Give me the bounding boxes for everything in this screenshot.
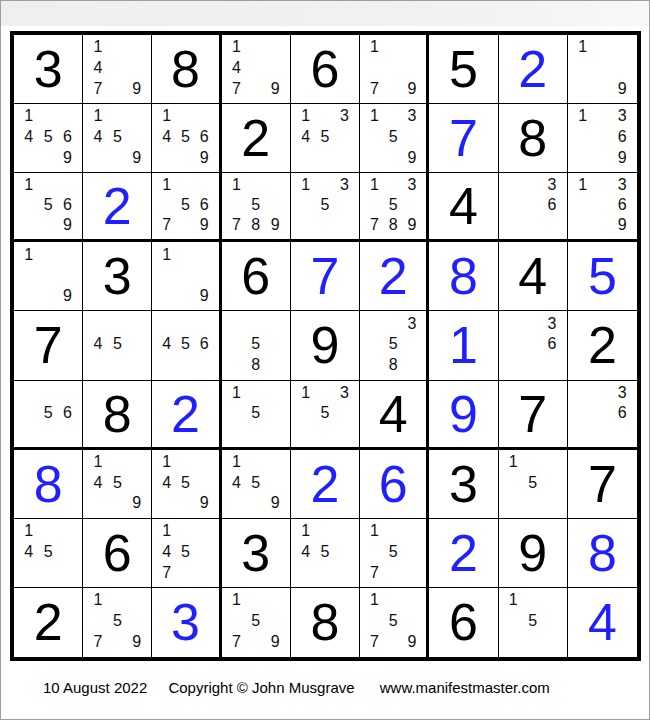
candidate-digit-9: 9 — [612, 78, 632, 99]
candidate-empty — [384, 37, 403, 58]
solved-digit: 2 — [360, 242, 426, 310]
candidate-empty — [176, 521, 195, 542]
cell-r2c8[interactable]: 8 — [499, 104, 568, 173]
cell-r6c9[interactable]: 36 — [568, 381, 637, 450]
candidate-empty — [335, 403, 354, 423]
candidate-digit-1: 1 — [157, 452, 176, 473]
candidate-digit-1: 1 — [19, 175, 38, 195]
candidate-empty — [19, 383, 38, 403]
candidate-empty — [384, 175, 403, 195]
candidate-empty — [88, 355, 107, 376]
candidate-digit-5: 5 — [176, 334, 195, 355]
candidate-empty — [384, 590, 403, 611]
candidate-empty — [246, 58, 265, 79]
candidate-empty — [176, 106, 195, 127]
cell-r8c2[interactable]: 6 — [83, 519, 152, 588]
cell-r3c3[interactable]: 15679 — [152, 173, 221, 242]
cell-r2c7[interactable]: 7 — [429, 104, 498, 173]
cell-r2c5[interactable]: 1345 — [291, 104, 360, 173]
cell-r7c5[interactable]: 2 — [291, 450, 360, 519]
candidate-digit-6: 6 — [612, 403, 632, 423]
candidate-empty — [296, 148, 315, 169]
candidate-empty — [542, 452, 561, 473]
candidate-empty — [246, 78, 265, 99]
candidate-empty — [38, 244, 57, 265]
cell-r9c6[interactable]: 1579 — [360, 588, 429, 657]
candidate-empty — [227, 195, 246, 215]
candidate-empty — [38, 562, 57, 583]
candidate-digit-4: 4 — [88, 334, 107, 355]
candidate-empty — [573, 383, 593, 403]
solved-digit: 7 — [429, 104, 497, 172]
candidate-digit-9: 9 — [127, 148, 146, 169]
candidate-digit-1: 1 — [296, 521, 315, 542]
candidate-empty — [227, 334, 246, 355]
candidate-empty — [593, 58, 613, 79]
candidate-digit-3: 3 — [335, 106, 354, 127]
cell-r9c1[interactable]: 2 — [14, 588, 83, 657]
given-digit: 7 — [14, 311, 82, 379]
candidate-empty — [523, 195, 542, 215]
candidate-empty — [365, 611, 384, 632]
candidate-empty — [365, 541, 384, 562]
candidate-empty — [265, 383, 284, 403]
candidate-digit-4: 4 — [19, 127, 38, 148]
candidate-digit-6: 6 — [58, 127, 77, 148]
cell-r3c5[interactable]: 135 — [291, 173, 360, 242]
candidate-empty — [127, 472, 146, 493]
cell-r4c9[interactable]: 5 — [568, 242, 637, 311]
candidate-empty — [19, 403, 38, 423]
candidate-empty — [195, 541, 214, 562]
candidate-empty — [365, 148, 384, 169]
candidate-digit-5: 5 — [176, 127, 195, 148]
candidate-digit-5: 5 — [384, 611, 403, 632]
candidate-digit-1: 1 — [573, 37, 593, 58]
candidate-empty — [108, 106, 127, 127]
cell-r5c3[interactable]: 456 — [152, 311, 221, 380]
cell-r3c2[interactable]: 2 — [83, 173, 152, 242]
candidate-digit-7: 7 — [365, 215, 384, 235]
candidate-empty — [157, 355, 176, 376]
cell-r8c4[interactable]: 3 — [222, 519, 291, 588]
candidate-empty — [315, 562, 334, 583]
candidate-empty — [108, 632, 127, 653]
candidate-digit-5: 5 — [246, 334, 265, 355]
candidate-digit-9: 9 — [403, 632, 422, 653]
candidate-empty — [195, 265, 214, 286]
candidate-empty — [403, 355, 422, 376]
candidate-grid: 56 — [14, 381, 82, 447]
candidate-grid: 1579 — [360, 588, 426, 657]
candidate-empty — [108, 590, 127, 611]
candidate-grid: 14569 — [152, 104, 218, 172]
candidate-empty — [195, 472, 214, 493]
cell-r3c9[interactable]: 1369 — [568, 173, 637, 242]
cell-r9c7[interactable]: 6 — [429, 588, 498, 657]
candidate-empty — [227, 355, 246, 376]
cell-r3c4[interactable]: 15789 — [222, 173, 291, 242]
solved-digit: 1 — [429, 311, 497, 379]
cell-r2c9[interactable]: 1369 — [568, 104, 637, 173]
sudoku-page: 3147981479617952191456914591456921345135… — [0, 0, 650, 720]
cell-r8c3[interactable]: 1457 — [152, 519, 221, 588]
candidate-grid: 1459 — [152, 450, 218, 518]
candidate-empty — [227, 611, 246, 632]
candidate-empty — [127, 334, 146, 355]
cell-r9c9[interactable]: 4 — [568, 588, 637, 657]
cell-r4c4[interactable]: 6 — [222, 242, 291, 311]
cell-r9c3[interactable]: 3 — [152, 588, 221, 657]
candidate-digit-5: 5 — [176, 541, 195, 562]
candidate-digit-1: 1 — [296, 175, 315, 195]
candidate-grid: 1359 — [360, 104, 426, 172]
cell-r4c5[interactable]: 7 — [291, 242, 360, 311]
candidate-empty — [296, 215, 315, 235]
candidate-empty — [315, 423, 334, 443]
cell-r5c2[interactable]: 45 — [83, 311, 152, 380]
cell-r8c8[interactable]: 9 — [499, 519, 568, 588]
candidate-empty — [523, 313, 542, 334]
cell-r5c5[interactable]: 9 — [291, 311, 360, 380]
candidate-empty — [335, 423, 354, 443]
candidate-empty — [365, 195, 384, 215]
candidate-digit-5: 5 — [38, 541, 57, 562]
candidate-digit-6: 6 — [195, 127, 214, 148]
cell-r8c5[interactable]: 145 — [291, 519, 360, 588]
candidate-empty — [108, 58, 127, 79]
candidate-empty — [58, 244, 77, 265]
candidate-digit-6: 6 — [58, 195, 77, 215]
candidate-digit-4: 4 — [227, 58, 246, 79]
candidate-empty — [157, 265, 176, 286]
cell-r5c8[interactable]: 36 — [499, 311, 568, 380]
candidate-empty — [88, 148, 107, 169]
cell-r4c3[interactable]: 19 — [152, 242, 221, 311]
candidate-digit-4: 4 — [157, 472, 176, 493]
candidate-digit-5: 5 — [176, 472, 195, 493]
candidate-empty — [593, 127, 613, 148]
candidate-empty — [246, 37, 265, 58]
cell-r6c3[interactable]: 2 — [152, 381, 221, 450]
solved-digit: 2 — [152, 381, 218, 447]
cell-r4c2[interactable]: 3 — [83, 242, 152, 311]
candidate-empty — [384, 58, 403, 79]
candidate-empty — [246, 590, 265, 611]
candidate-empty — [384, 313, 403, 334]
candidate-empty — [176, 148, 195, 169]
candidate-empty — [88, 493, 107, 514]
cell-r1c8[interactable]: 2 — [499, 35, 568, 104]
cell-r1c6[interactable]: 179 — [360, 35, 429, 104]
candidate-empty — [195, 355, 214, 376]
candidate-grid: 1579 — [83, 588, 151, 657]
cell-r9c8[interactable]: 15 — [499, 588, 568, 657]
cell-r5c6[interactable]: 358 — [360, 311, 429, 380]
candidate-digit-9: 9 — [403, 215, 422, 235]
candidate-empty — [593, 195, 613, 215]
candidate-digit-5: 5 — [176, 195, 195, 215]
sudoku-board: 3147981479617952191456914591456921345135… — [10, 31, 641, 661]
solved-digit: 6 — [360, 450, 426, 518]
candidate-digit-5: 5 — [384, 195, 403, 215]
candidate-empty — [227, 403, 246, 423]
footer-website: www.manifestmaster.com — [380, 679, 550, 696]
cell-r8c7[interactable]: 2 — [429, 519, 498, 588]
cell-r4c7[interactable]: 8 — [429, 242, 498, 311]
candidate-digit-3: 3 — [335, 383, 354, 403]
candidate-empty — [315, 383, 334, 403]
candidate-empty — [265, 313, 284, 334]
cell-r9c2[interactable]: 1579 — [83, 588, 152, 657]
candidate-empty — [127, 127, 146, 148]
candidate-empty — [127, 611, 146, 632]
cell-r7c9[interactable]: 7 — [568, 450, 637, 519]
candidate-empty — [296, 195, 315, 215]
candidate-empty — [573, 423, 593, 443]
cell-r7c6[interactable]: 6 — [360, 450, 429, 519]
candidate-empty — [265, 452, 284, 473]
cell-r1c4[interactable]: 1479 — [222, 35, 291, 104]
candidate-digit-9: 9 — [265, 78, 284, 99]
candidate-digit-9: 9 — [195, 493, 214, 514]
candidate-digit-4: 4 — [157, 127, 176, 148]
candidate-digit-9: 9 — [58, 215, 77, 235]
cell-r2c1[interactable]: 14569 — [14, 104, 83, 173]
candidate-digit-6: 6 — [612, 195, 632, 215]
cell-r2c3[interactable]: 14569 — [152, 104, 221, 173]
candidate-grid: 1569 — [14, 173, 82, 239]
candidate-empty — [195, 244, 214, 265]
cell-r3c1[interactable]: 1569 — [14, 173, 83, 242]
cell-r3c7[interactable]: 4 — [429, 173, 498, 242]
candidate-empty — [265, 334, 284, 355]
cell-r5c4[interactable]: 58 — [222, 311, 291, 380]
cell-r2c4[interactable]: 2 — [222, 104, 291, 173]
cell-r6c6[interactable]: 4 — [360, 381, 429, 450]
candidate-digit-4: 4 — [296, 127, 315, 148]
candidate-digit-7: 7 — [88, 78, 107, 99]
candidate-empty — [315, 175, 334, 195]
candidate-empty — [403, 541, 422, 562]
cell-r7c3[interactable]: 1459 — [152, 450, 221, 519]
cell-r7c2[interactable]: 1459 — [83, 450, 152, 519]
candidate-digit-9: 9 — [127, 78, 146, 99]
candidate-digit-5: 5 — [38, 195, 57, 215]
candidate-empty — [593, 78, 613, 99]
candidate-empty — [573, 403, 593, 423]
candidate-digit-5: 5 — [108, 472, 127, 493]
candidate-grid: 145 — [14, 519, 82, 587]
candidate-empty — [335, 148, 354, 169]
candidate-empty — [573, 195, 593, 215]
given-digit: 2 — [14, 588, 82, 657]
candidate-digit-1: 1 — [19, 106, 38, 127]
cell-r9c5[interactable]: 8 — [291, 588, 360, 657]
candidate-empty — [265, 175, 284, 195]
candidate-empty — [504, 632, 523, 653]
candidate-digit-1: 1 — [227, 383, 246, 403]
cell-r8c9[interactable]: 8 — [568, 519, 637, 588]
candidate-digit-9: 9 — [612, 215, 632, 235]
candidate-empty — [19, 215, 38, 235]
given-digit: 3 — [83, 242, 151, 310]
solved-digit: 7 — [291, 242, 359, 310]
given-digit: 9 — [499, 519, 567, 587]
candidate-empty — [246, 423, 265, 443]
given-digit: 2 — [222, 104, 290, 172]
cell-r4c6[interactable]: 2 — [360, 242, 429, 311]
cell-r6c7[interactable]: 9 — [429, 381, 498, 450]
candidate-digit-4: 4 — [88, 127, 107, 148]
candidate-digit-1: 1 — [19, 521, 38, 542]
candidate-digit-9: 9 — [127, 632, 146, 653]
cell-r6c1[interactable]: 56 — [14, 381, 83, 450]
candidate-empty — [157, 493, 176, 514]
cell-r1c9[interactable]: 19 — [568, 35, 637, 104]
cell-r7c8[interactable]: 15 — [499, 450, 568, 519]
cell-r1c3[interactable]: 8 — [152, 35, 221, 104]
candidate-digit-4: 4 — [296, 541, 315, 562]
candidate-empty — [612, 58, 632, 79]
candidate-digit-9: 9 — [58, 148, 77, 169]
top-bar — [1, 1, 649, 26]
cell-r1c5[interactable]: 6 — [291, 35, 360, 104]
given-digit: 8 — [152, 35, 218, 103]
candidate-digit-5: 5 — [384, 334, 403, 355]
given-digit: 3 — [429, 450, 497, 518]
candidate-empty — [542, 611, 561, 632]
candidate-digit-1: 1 — [365, 175, 384, 195]
cell-r3c6[interactable]: 135789 — [360, 173, 429, 242]
solved-digit: 8 — [429, 242, 497, 310]
cell-r5c7[interactable]: 1 — [429, 311, 498, 380]
candidate-empty — [246, 313, 265, 334]
candidate-empty — [504, 215, 523, 235]
candidate-empty — [176, 355, 195, 376]
cell-r5c9[interactable]: 2 — [568, 311, 637, 380]
candidate-empty — [365, 127, 384, 148]
candidate-digit-7: 7 — [365, 562, 384, 583]
candidate-digit-1: 1 — [157, 521, 176, 542]
candidate-digit-3: 3 — [612, 175, 632, 195]
candidate-digit-9: 9 — [58, 286, 77, 307]
cell-r8c1[interactable]: 145 — [14, 519, 83, 588]
candidate-empty — [176, 313, 195, 334]
candidate-empty — [38, 521, 57, 542]
cell-r6c5[interactable]: 135 — [291, 381, 360, 450]
candidate-empty — [384, 148, 403, 169]
footer: 10 August 2022 Copyright © John Musgrave… — [43, 679, 550, 696]
candidate-digit-1: 1 — [157, 175, 176, 195]
candidate-empty — [265, 355, 284, 376]
cell-r1c2[interactable]: 1479 — [83, 35, 152, 104]
solved-digit: 3 — [152, 588, 218, 657]
given-digit: 4 — [499, 242, 567, 310]
candidate-empty — [195, 313, 214, 334]
candidate-digit-4: 4 — [88, 472, 107, 493]
given-digit: 7 — [568, 450, 637, 518]
given-digit: 6 — [83, 519, 151, 587]
candidate-grid: 1369 — [568, 104, 637, 172]
candidate-empty — [403, 521, 422, 542]
footer-date: 10 August 2022 — [43, 679, 147, 696]
candidate-empty — [384, 562, 403, 583]
candidate-empty — [335, 521, 354, 542]
candidate-empty — [246, 632, 265, 653]
candidate-empty — [335, 195, 354, 215]
cell-r3c8[interactable]: 36 — [499, 173, 568, 242]
cell-r8c6[interactable]: 157 — [360, 519, 429, 588]
candidate-empty — [58, 521, 77, 542]
candidate-digit-6: 6 — [195, 334, 214, 355]
candidate-digit-5: 5 — [108, 334, 127, 355]
cell-r1c1[interactable]: 3 — [14, 35, 83, 104]
candidate-digit-9: 9 — [127, 493, 146, 514]
candidate-empty — [265, 195, 284, 215]
candidate-digit-1: 1 — [504, 452, 523, 473]
cell-r6c4[interactable]: 15 — [222, 381, 291, 450]
candidate-digit-5: 5 — [246, 195, 265, 215]
candidate-digit-7: 7 — [365, 632, 384, 653]
candidate-digit-5: 5 — [38, 127, 57, 148]
given-digit: 9 — [291, 311, 359, 379]
candidate-digit-3: 3 — [542, 175, 561, 195]
candidate-digit-5: 5 — [384, 541, 403, 562]
candidate-digit-7: 7 — [227, 215, 246, 235]
candidate-grid: 1345 — [291, 104, 359, 172]
given-digit: 7 — [499, 381, 567, 447]
candidate-empty — [523, 452, 542, 473]
cell-r9c4[interactable]: 1579 — [222, 588, 291, 657]
candidate-empty — [195, 562, 214, 583]
cell-r2c6[interactable]: 1359 — [360, 104, 429, 173]
solved-digit: 9 — [429, 381, 497, 447]
candidate-empty — [19, 286, 38, 307]
solved-digit: 2 — [83, 173, 151, 239]
candidate-digit-1: 1 — [227, 590, 246, 611]
cell-r1c7[interactable]: 5 — [429, 35, 498, 104]
candidate-empty — [58, 106, 77, 127]
candidate-empty — [58, 541, 77, 562]
candidate-empty — [523, 590, 542, 611]
cell-r7c1[interactable]: 8 — [14, 450, 83, 519]
cell-r5c1[interactable]: 7 — [14, 311, 83, 380]
cell-r6c2[interactable]: 8 — [83, 381, 152, 450]
cell-r7c4[interactable]: 1459 — [222, 450, 291, 519]
candidate-empty — [403, 611, 422, 632]
cell-r6c8[interactable]: 7 — [499, 381, 568, 450]
candidate-digit-8: 8 — [384, 355, 403, 376]
given-digit: 4 — [429, 173, 497, 239]
candidate-empty — [542, 632, 561, 653]
cell-r7c7[interactable]: 3 — [429, 450, 498, 519]
candidate-empty — [127, 590, 146, 611]
candidate-digit-7: 7 — [227, 632, 246, 653]
cell-r2c2[interactable]: 1459 — [83, 104, 152, 173]
candidate-grid: 1479 — [83, 35, 151, 103]
candidate-empty — [573, 127, 593, 148]
candidate-grid: 358 — [360, 311, 426, 379]
given-digit: 6 — [222, 242, 290, 310]
candidate-empty — [108, 78, 127, 99]
solved-digit: 2 — [291, 450, 359, 518]
candidate-empty — [58, 383, 77, 403]
given-digit: 5 — [429, 35, 497, 103]
cell-r4c1[interactable]: 19 — [14, 242, 83, 311]
cell-r4c8[interactable]: 4 — [499, 242, 568, 311]
solved-digit: 2 — [499, 35, 567, 103]
